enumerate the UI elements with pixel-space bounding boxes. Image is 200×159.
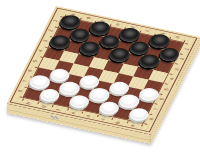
tick-mark — [111, 118, 113, 120]
tick-mark — [126, 121, 128, 123]
rank-label-left-4: 4 — [37, 49, 43, 52]
file-label-bottom-c: c — [100, 118, 106, 121]
tick-mark — [170, 73, 173, 74]
tick-mark — [82, 111, 84, 113]
tick-mark — [185, 43, 188, 44]
file-label-top-c: c — [145, 29, 151, 32]
tick-mark — [141, 124, 143, 126]
file-label-bottom-d: d — [85, 115, 91, 118]
file-label-bottom-e: e — [70, 112, 76, 115]
tick-mark — [40, 56, 43, 57]
manufacturer-logo-stamp: ∿∿ — [50, 114, 58, 121]
rank-label-left-8: 8 — [17, 89, 23, 92]
tick-mark — [149, 113, 152, 114]
rank-label-right-3: 3 — [174, 68, 180, 71]
tick-mark — [45, 46, 48, 47]
tick-mark — [52, 105, 54, 107]
rank-label-right-8: 8 — [149, 118, 155, 121]
file-label-top-e: e — [115, 23, 121, 26]
tick-mark — [160, 93, 163, 94]
rank-label-left-5: 5 — [32, 59, 38, 62]
tick-mark — [184, 40, 186, 42]
file-label-bottom-b: b — [115, 121, 121, 124]
file-label-top-a: a — [175, 35, 181, 38]
tick-mark — [55, 26, 58, 27]
tick-mark — [67, 108, 69, 110]
photo-canvas: ∿∿ hh11gg22ff33ee44dd55cc66bb77aa88 — [0, 0, 200, 159]
file-label-top-g: g — [86, 16, 92, 19]
file-label-bottom-f: f — [56, 109, 62, 111]
rank-label-right-6: 6 — [159, 98, 165, 101]
rank-label-left-6: 6 — [27, 69, 33, 72]
file-label-bottom-a: a — [130, 124, 136, 127]
file-label-bottom-g: g — [41, 105, 47, 108]
tick-mark — [20, 96, 23, 97]
square-a8[interactable] — [128, 110, 148, 123]
file-label-bottom-h: h — [26, 102, 32, 105]
tick-mark — [37, 102, 39, 104]
rank-label-right-5: 5 — [164, 88, 170, 91]
tick-mark — [22, 99, 24, 101]
rank-label-left-2: 2 — [47, 29, 53, 32]
tick-mark — [165, 83, 168, 84]
tick-mark — [180, 53, 183, 54]
tick-mark — [96, 115, 98, 117]
rank-label-right-2: 2 — [179, 58, 185, 61]
tick-mark — [25, 86, 28, 87]
tick-mark — [35, 66, 38, 67]
tick-mark — [175, 63, 178, 64]
rank-label-left-7: 7 — [22, 79, 28, 82]
rank-label-right-7: 7 — [154, 108, 160, 111]
rank-label-left-1: 1 — [52, 19, 58, 22]
rank-label-right-4: 4 — [169, 78, 175, 81]
tick-mark — [154, 103, 157, 104]
tick-mark — [144, 123, 147, 124]
rank-label-left-3: 3 — [42, 39, 48, 42]
rank-label-right-1: 1 — [184, 48, 190, 51]
